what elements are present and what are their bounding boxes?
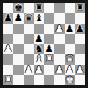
square-f3[interactable] xyxy=(54,54,64,64)
square-a8[interactable] xyxy=(3,3,13,13)
square-h4[interactable] xyxy=(75,44,85,54)
square-a2[interactable] xyxy=(3,65,13,75)
white-rook-e3[interactable]: ♜ xyxy=(45,54,54,64)
square-e1[interactable] xyxy=(44,75,54,85)
square-c1[interactable] xyxy=(24,75,34,85)
black-bishop-d7[interactable]: ♝ xyxy=(34,13,43,23)
black-rook-d8[interactable]: ♜ xyxy=(34,3,43,13)
square-d6[interactable] xyxy=(34,24,44,34)
square-b5[interactable] xyxy=(13,34,23,44)
white-queen-g3[interactable]: ♛ xyxy=(65,54,74,64)
white-rook-a1[interactable]: ♜ xyxy=(4,75,13,85)
square-a3[interactable] xyxy=(3,54,13,64)
square-d4[interactable]: ♞ xyxy=(34,44,44,54)
white-king-g1[interactable]: ♚ xyxy=(65,75,74,85)
square-a5[interactable] xyxy=(3,34,13,44)
square-b8[interactable]: ♚ xyxy=(13,3,23,13)
square-c4[interactable] xyxy=(24,44,34,54)
square-h8[interactable]: ♜ xyxy=(75,3,85,13)
square-c2[interactable]: ♟ xyxy=(24,65,34,75)
square-a1[interactable]: ♜ xyxy=(3,75,13,85)
square-e7[interactable] xyxy=(44,13,54,23)
white-pawn-g2[interactable]: ♟ xyxy=(65,65,74,75)
square-f8[interactable] xyxy=(54,3,64,13)
square-h6[interactable]: ♟ xyxy=(75,24,85,34)
white-pawn-f2[interactable]: ♟ xyxy=(55,65,64,75)
square-h5[interactable] xyxy=(75,34,85,44)
white-pawn-a4[interactable]: ♟ xyxy=(4,44,13,54)
white-pawn-d2[interactable]: ♟ xyxy=(34,65,43,75)
square-e5[interactable] xyxy=(44,34,54,44)
square-h7[interactable] xyxy=(75,13,85,23)
square-c7[interactable]: ♛ xyxy=(24,13,34,23)
square-g7[interactable] xyxy=(65,13,75,23)
chess-board: ♚♜♜♟♟♛♝♟♟♟♟♟♞♟♝♜♛♟♟♟♟♟♜♚ xyxy=(3,3,85,85)
white-pawn-c2[interactable]: ♟ xyxy=(24,65,33,75)
square-a4[interactable]: ♟ xyxy=(3,44,13,54)
black-queen-c7[interactable]: ♛ xyxy=(24,13,33,23)
board-frame: ♚♜♜♟♟♛♝♟♟♟♟♟♞♟♝♜♛♟♟♟♟♟♜♚ xyxy=(0,0,88,88)
square-c3[interactable] xyxy=(24,54,34,64)
square-f7[interactable] xyxy=(54,13,64,23)
square-e4[interactable]: ♟ xyxy=(44,44,54,54)
square-f2[interactable]: ♟ xyxy=(54,65,64,75)
square-b7[interactable]: ♟ xyxy=(13,13,23,23)
square-d8[interactable]: ♜ xyxy=(34,3,44,13)
square-g2[interactable]: ♟ xyxy=(65,65,75,75)
square-h3[interactable] xyxy=(75,54,85,64)
square-g5[interactable] xyxy=(65,34,75,44)
square-b1[interactable] xyxy=(13,75,23,85)
square-b3[interactable] xyxy=(13,54,23,64)
square-g4[interactable] xyxy=(65,44,75,54)
square-e3[interactable]: ♜ xyxy=(44,54,54,64)
chess-diagram: ♚♜♜♟♟♛♝♟♟♟♟♟♞♟♝♜♛♟♟♟♟♟♜♚ xyxy=(0,0,90,88)
square-e2[interactable] xyxy=(44,65,54,75)
square-c8[interactable] xyxy=(24,3,34,13)
white-pawn-h2[interactable]: ♟ xyxy=(75,65,84,75)
square-d5[interactable]: ♟ xyxy=(34,34,44,44)
square-b4[interactable] xyxy=(13,44,23,54)
square-c5[interactable] xyxy=(24,34,34,44)
square-d3[interactable]: ♝ xyxy=(34,54,44,64)
square-b6[interactable] xyxy=(13,24,23,34)
square-a7[interactable]: ♟ xyxy=(3,13,13,23)
square-b2[interactable] xyxy=(13,65,23,75)
black-knight-d4[interactable]: ♞ xyxy=(34,44,43,54)
black-king-b8[interactable]: ♚ xyxy=(14,3,23,13)
square-e6[interactable] xyxy=(44,24,54,34)
black-rook-h8[interactable]: ♜ xyxy=(75,3,84,13)
square-h1[interactable] xyxy=(75,75,85,85)
square-g3[interactable]: ♛ xyxy=(65,54,75,64)
square-f6[interactable]: ♟ xyxy=(54,24,64,34)
square-h2[interactable]: ♟ xyxy=(75,65,85,75)
black-pawn-d5[interactable]: ♟ xyxy=(34,34,43,44)
square-f4[interactable] xyxy=(54,44,64,54)
square-e8[interactable] xyxy=(44,3,54,13)
black-pawn-h6[interactable]: ♟ xyxy=(75,24,84,34)
square-c6[interactable] xyxy=(24,24,34,34)
square-g8[interactable] xyxy=(65,3,75,13)
black-pawn-b7[interactable]: ♟ xyxy=(14,13,23,23)
square-f5[interactable] xyxy=(54,34,64,44)
square-d2[interactable]: ♟ xyxy=(34,65,44,75)
square-d1[interactable] xyxy=(34,75,44,85)
square-f1[interactable] xyxy=(54,75,64,85)
black-pawn-e4[interactable]: ♟ xyxy=(45,44,54,54)
black-pawn-a7[interactable]: ♟ xyxy=(4,13,13,23)
white-pawn-f6[interactable]: ♟ xyxy=(55,24,64,34)
square-g1[interactable]: ♚ xyxy=(65,75,75,85)
white-bishop-d3[interactable]: ♝ xyxy=(34,54,43,64)
black-pawn-g6[interactable]: ♟ xyxy=(65,24,74,34)
square-a6[interactable] xyxy=(3,24,13,34)
square-g6[interactable]: ♟ xyxy=(65,24,75,34)
square-d7[interactable]: ♝ xyxy=(34,13,44,23)
